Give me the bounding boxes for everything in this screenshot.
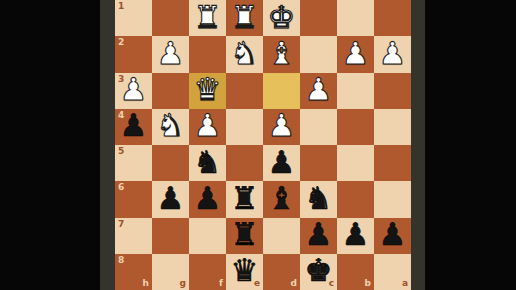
square-f8[interactable]: f	[189, 254, 226, 290]
white-king-d1[interactable]: ♚	[268, 2, 296, 33]
square-h3[interactable]: ♟3	[115, 73, 152, 109]
black-bishop-d6[interactable]: ♝	[268, 183, 296, 214]
square-c6[interactable]: ♞	[300, 181, 337, 217]
square-f5[interactable]: ♞	[189, 145, 226, 181]
square-e5[interactable]	[226, 145, 263, 181]
square-g6[interactable]: ♟	[152, 181, 189, 217]
square-a4[interactable]	[374, 109, 411, 145]
square-h1[interactable]: 1	[115, 0, 152, 36]
square-g1[interactable]	[152, 0, 189, 36]
black-pawn-b7[interactable]: ♟	[342, 219, 370, 250]
rank-label-5: 5	[118, 147, 124, 156]
square-g7[interactable]	[152, 218, 189, 254]
square-f1[interactable]: ♜	[189, 0, 226, 36]
file-label-c: c	[329, 279, 334, 288]
black-rook-e7[interactable]: ♜	[231, 219, 259, 250]
square-d2[interactable]: ♝	[263, 36, 300, 72]
rank-label-7: 7	[118, 220, 124, 229]
square-f7[interactable]	[189, 218, 226, 254]
file-label-a: a	[402, 279, 408, 288]
file-label-h: h	[143, 279, 149, 288]
square-h8[interactable]: 8h	[115, 254, 152, 290]
square-d5[interactable]: ♟	[263, 145, 300, 181]
white-queen-f3[interactable]: ♛	[194, 74, 222, 105]
file-label-f: f	[219, 279, 223, 288]
square-c7[interactable]: ♟	[300, 218, 337, 254]
square-f4[interactable]: ♟	[189, 109, 226, 145]
square-e4[interactable]	[226, 109, 263, 145]
square-c4[interactable]	[300, 109, 337, 145]
square-b2[interactable]: ♟	[337, 36, 374, 72]
rank-label-4: 4	[118, 111, 124, 120]
white-pawn-a2[interactable]: ♟	[379, 38, 407, 69]
black-pawn-c7[interactable]: ♟	[305, 219, 333, 250]
white-knight-g4[interactable]: ♞	[157, 110, 185, 141]
square-a2[interactable]: ♟	[374, 36, 411, 72]
white-pawn-c3[interactable]: ♟	[305, 74, 333, 105]
square-e1[interactable]: ♜	[226, 0, 263, 36]
square-a7[interactable]: ♟	[374, 218, 411, 254]
rank-label-2: 2	[118, 38, 124, 47]
square-f6[interactable]: ♟	[189, 181, 226, 217]
square-g2[interactable]: ♟	[152, 36, 189, 72]
white-rook-f1[interactable]: ♜	[194, 2, 222, 33]
square-c8[interactable]: ♚c	[300, 254, 337, 290]
white-knight-e2[interactable]: ♞	[231, 38, 259, 69]
black-pawn-d5[interactable]: ♟	[268, 147, 296, 178]
square-d3[interactable]	[263, 73, 300, 109]
square-e8[interactable]: ♛e	[226, 254, 263, 290]
square-h6[interactable]: 6	[115, 181, 152, 217]
square-g3[interactable]	[152, 73, 189, 109]
square-f3[interactable]: ♛	[189, 73, 226, 109]
square-b5[interactable]	[337, 145, 374, 181]
square-b4[interactable]	[337, 109, 374, 145]
square-g5[interactable]	[152, 145, 189, 181]
square-a5[interactable]	[374, 145, 411, 181]
white-pawn-d4[interactable]: ♟	[268, 110, 296, 141]
square-b7[interactable]: ♟	[337, 218, 374, 254]
square-b3[interactable]	[337, 73, 374, 109]
file-label-d: d	[291, 279, 297, 288]
file-label-g: g	[180, 279, 186, 288]
black-knight-f5[interactable]: ♞	[194, 147, 222, 178]
rank-label-8: 8	[118, 256, 124, 265]
black-rook-e6[interactable]: ♜	[231, 183, 259, 214]
square-e2[interactable]: ♞	[226, 36, 263, 72]
square-c5[interactable]	[300, 145, 337, 181]
file-label-e: e	[254, 279, 260, 288]
chessboard: 1♜♜♚2♟♞♝♟♟♟3♛♟♟4♞♟♟5♞♟6♟♟♜♝♞7♜♟♟♟8hgf♛ed…	[115, 0, 411, 290]
white-pawn-f4[interactable]: ♟	[194, 110, 222, 141]
square-e7[interactable]: ♜	[226, 218, 263, 254]
white-pawn-b2[interactable]: ♟	[342, 38, 370, 69]
square-f2[interactable]	[189, 36, 226, 72]
white-pawn-g2[interactable]: ♟	[157, 38, 185, 69]
square-g8[interactable]: g	[152, 254, 189, 290]
square-d7[interactable]	[263, 218, 300, 254]
square-h4[interactable]: ♟4	[115, 109, 152, 145]
rank-label-1: 1	[118, 2, 124, 11]
black-pawn-g6[interactable]: ♟	[157, 183, 185, 214]
page-background: 1♜♜♚2♟♞♝♟♟♟3♛♟♟4♞♟♟5♞♟6♟♟♜♝♞7♜♟♟♟8hgf♛ed…	[0, 0, 516, 290]
square-b6[interactable]	[337, 181, 374, 217]
square-h2[interactable]: 2	[115, 36, 152, 72]
black-pawn-f6[interactable]: ♟	[194, 183, 222, 214]
square-a8[interactable]: a	[374, 254, 411, 290]
black-knight-c6[interactable]: ♞	[305, 183, 333, 214]
white-bishop-d2[interactable]: ♝	[268, 38, 296, 69]
square-b1[interactable]	[337, 0, 374, 36]
square-d6[interactable]: ♝	[263, 181, 300, 217]
square-d4[interactable]: ♟	[263, 109, 300, 145]
square-e3[interactable]	[226, 73, 263, 109]
square-h7[interactable]: 7	[115, 218, 152, 254]
black-pawn-a7[interactable]: ♟	[379, 219, 407, 250]
square-b8[interactable]: b	[337, 254, 374, 290]
square-h5[interactable]: 5	[115, 145, 152, 181]
white-rook-e1[interactable]: ♜	[231, 2, 259, 33]
square-g4[interactable]: ♞	[152, 109, 189, 145]
square-a3[interactable]	[374, 73, 411, 109]
square-c2[interactable]	[300, 36, 337, 72]
rank-label-6: 6	[118, 183, 124, 192]
file-label-b: b	[365, 279, 371, 288]
rank-label-3: 3	[118, 75, 124, 84]
square-c1[interactable]	[300, 0, 337, 36]
square-d8[interactable]: d	[263, 254, 300, 290]
square-e6[interactable]: ♜	[226, 181, 263, 217]
square-d1[interactable]: ♚	[263, 0, 300, 36]
square-a6[interactable]	[374, 181, 411, 217]
square-c3[interactable]: ♟	[300, 73, 337, 109]
square-a1[interactable]	[374, 0, 411, 36]
